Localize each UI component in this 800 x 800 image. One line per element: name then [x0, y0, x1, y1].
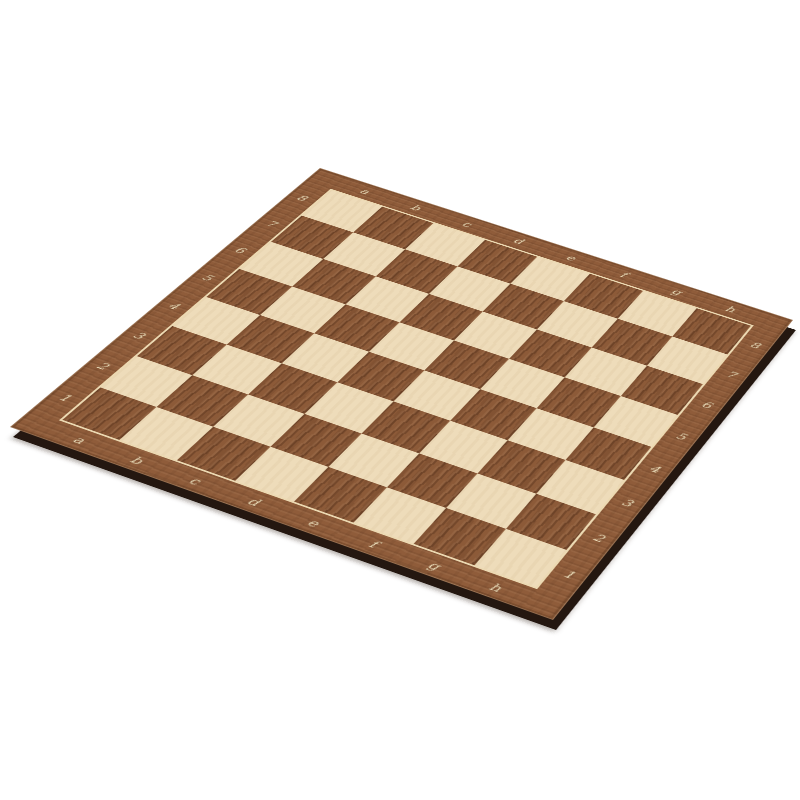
chessboard: abcdefgh abcdefgh 87654321 87654321 — [10, 168, 793, 620]
chessboard-product-photo: abcdefgh abcdefgh 87654321 87654321 — [0, 0, 800, 800]
playing-field — [59, 189, 754, 589]
board-grid — [62, 190, 751, 587]
